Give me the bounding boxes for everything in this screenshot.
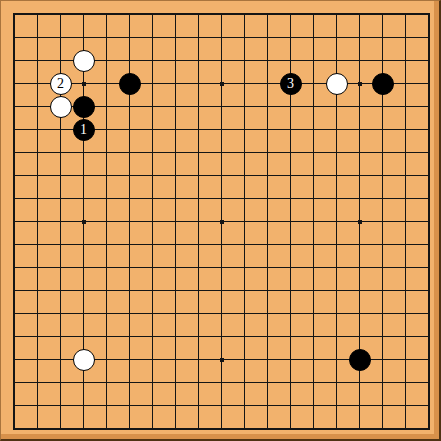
move-number-label: 2 — [57, 77, 64, 91]
star-point — [82, 220, 86, 224]
move-number-label: 3 — [287, 77, 294, 91]
stone-white[interactable] — [73, 50, 95, 72]
stone-black[interactable] — [372, 73, 394, 95]
star-point — [220, 82, 224, 86]
stone-white[interactable] — [73, 349, 95, 371]
star-point — [82, 82, 86, 86]
go-board[interactable]: 213 — [0, 0, 441, 441]
stone-black[interactable] — [73, 96, 95, 118]
move-number-label: 1 — [80, 123, 87, 137]
star-point — [220, 358, 224, 362]
star-point — [220, 220, 224, 224]
star-point — [358, 220, 362, 224]
stone-black[interactable] — [349, 349, 371, 371]
stone-white-move-2[interactable]: 2 — [50, 73, 72, 95]
stone-white[interactable] — [326, 73, 348, 95]
stone-white[interactable] — [50, 96, 72, 118]
stone-black-move-3[interactable]: 3 — [280, 73, 302, 95]
stone-black-move-1[interactable]: 1 — [73, 119, 95, 141]
star-point — [358, 82, 362, 86]
stone-black[interactable] — [119, 73, 141, 95]
